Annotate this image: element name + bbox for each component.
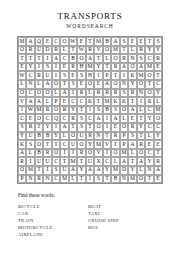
find-words-label: Find these words: bbox=[18, 192, 180, 198]
grid-cell: O bbox=[154, 114, 163, 123]
grid-cell: O bbox=[86, 149, 95, 158]
grid-cell: I bbox=[86, 175, 95, 184]
grid-cell: I bbox=[60, 149, 69, 158]
grid-cell: R bbox=[103, 89, 112, 98]
grid-cell: A bbox=[43, 80, 52, 89]
word-item: AIRPLANE bbox=[18, 231, 88, 238]
grid-cell: T bbox=[60, 80, 69, 89]
grid-cell: I bbox=[69, 89, 78, 98]
grid-cell: R bbox=[26, 46, 35, 55]
grid-cell: Y bbox=[18, 132, 27, 141]
grid-cell: L bbox=[128, 149, 137, 158]
grid-cell: E bbox=[154, 175, 163, 184]
grid-cell: Y bbox=[69, 106, 78, 115]
grid-cell: B bbox=[111, 175, 120, 184]
grid-cell: Q bbox=[35, 37, 44, 46]
grid-cell: M bbox=[86, 63, 95, 72]
grid-cell: E bbox=[94, 80, 103, 89]
grid-cell: Y bbox=[154, 89, 163, 98]
grid-cell: A bbox=[128, 140, 137, 149]
word-item: BUS bbox=[88, 224, 119, 231]
grid-cell: N bbox=[43, 175, 52, 184]
grid-cell: U bbox=[86, 157, 95, 166]
grid-cell: Y bbox=[52, 132, 61, 141]
grid-cell: C bbox=[69, 97, 78, 106]
grid-cell: B bbox=[43, 132, 52, 141]
grid-cell: O bbox=[43, 89, 52, 98]
grid-cell: T bbox=[154, 71, 163, 80]
grid-cell: T bbox=[26, 54, 35, 63]
page-title: TRANSPORTS bbox=[0, 0, 180, 21]
grid-cell: M bbox=[154, 106, 163, 115]
grid-cell: C bbox=[145, 123, 154, 132]
grid-cell: U bbox=[69, 140, 78, 149]
grid-cell: E bbox=[60, 97, 69, 106]
grid-cell: O bbox=[52, 80, 61, 89]
grid-cell: A bbox=[26, 37, 35, 46]
grid-cell: R bbox=[18, 157, 27, 166]
grid-cell: U bbox=[77, 132, 86, 141]
grid-cell: I bbox=[52, 71, 61, 80]
word-list: BICYCLECARTRAINMOTORCYCLEAIRPLANE BOATTA… bbox=[18, 203, 180, 238]
grid-cell: M bbox=[103, 97, 112, 106]
grid-cell: R bbox=[35, 71, 44, 80]
grid-cell: R bbox=[137, 140, 146, 149]
grid-cell: L bbox=[120, 114, 129, 123]
grid-cell: A bbox=[94, 114, 103, 123]
grid-cell: I bbox=[94, 71, 103, 80]
grid-cell: R bbox=[69, 114, 78, 123]
grid-cell: U bbox=[35, 46, 44, 55]
grid-cell: S bbox=[52, 166, 61, 175]
grid-cell: E bbox=[43, 37, 52, 46]
grid-cell: S bbox=[111, 106, 120, 115]
grid-cell: T bbox=[120, 46, 129, 55]
grid-cell: R bbox=[52, 46, 61, 55]
grid-cell: I bbox=[103, 123, 112, 132]
grid-cell: E bbox=[137, 37, 146, 46]
grid-cell: R bbox=[145, 97, 154, 106]
grid-cell: L bbox=[18, 80, 27, 89]
grid-cell: M bbox=[94, 37, 103, 46]
grid-cell: U bbox=[43, 71, 52, 80]
grid-cell: Y bbox=[43, 123, 52, 132]
grid-cell: R bbox=[94, 89, 103, 98]
grid-cell: O bbox=[120, 106, 129, 115]
grid-cell: C bbox=[18, 114, 27, 123]
grid-cell: C bbox=[145, 149, 154, 158]
grid-cell: O bbox=[18, 89, 27, 98]
grid-cell: I bbox=[86, 106, 95, 115]
grid-cell: A bbox=[94, 166, 103, 175]
grid-cell: K bbox=[86, 97, 95, 106]
grid-cell: T bbox=[35, 166, 44, 175]
grid-cell: V bbox=[94, 149, 103, 158]
grid-cell: O bbox=[52, 106, 61, 115]
grid-cell: U bbox=[35, 157, 44, 166]
grid-cell: V bbox=[103, 140, 112, 149]
grid-cell: I bbox=[120, 71, 129, 80]
grid-cell: C bbox=[52, 157, 61, 166]
grid-cell: S bbox=[26, 140, 35, 149]
grid-cell: H bbox=[86, 71, 95, 80]
grid-cell: A bbox=[137, 63, 146, 72]
grid-cell: U bbox=[26, 132, 35, 141]
grid-cell: Y bbox=[145, 46, 154, 55]
grid-cell: A bbox=[86, 166, 95, 175]
grid-cell: S bbox=[18, 123, 27, 132]
grid-cell: E bbox=[145, 140, 154, 149]
grid-cell: A bbox=[18, 149, 27, 158]
grid-cell: T bbox=[86, 123, 95, 132]
grid-cell: T bbox=[94, 54, 103, 63]
grid-cell: O bbox=[35, 114, 44, 123]
grid-cell: K bbox=[111, 97, 120, 106]
grid-cell: M bbox=[18, 37, 27, 46]
grid-cell: O bbox=[60, 37, 69, 46]
grid-cell: Y bbox=[154, 46, 163, 55]
grid-cell: P bbox=[52, 97, 61, 106]
grid-cell: E bbox=[77, 37, 86, 46]
grid-cell: A bbox=[60, 89, 69, 98]
grid-cell: T bbox=[137, 114, 146, 123]
grid-cell: P bbox=[103, 71, 112, 80]
grid-cell: C bbox=[60, 54, 69, 63]
grid-cell: N bbox=[145, 166, 154, 175]
grid-cell: I bbox=[35, 63, 44, 72]
grid-cell: R bbox=[77, 89, 86, 98]
grid-cell: L bbox=[60, 46, 69, 55]
grid-cell: R bbox=[137, 46, 146, 55]
grid-cell: O bbox=[35, 140, 44, 149]
grid-cell: I bbox=[69, 149, 78, 158]
grid-cell: S bbox=[128, 132, 137, 141]
grid-cell: T bbox=[35, 123, 44, 132]
grid-cell: S bbox=[43, 63, 52, 72]
grid-cell: O bbox=[52, 149, 61, 158]
grid-cell: S bbox=[94, 175, 103, 184]
grid-cell: R bbox=[111, 132, 120, 141]
worksheet-page: TRANSPORTS WORDSEARCH MAQECOWETMBASEETSO… bbox=[0, 0, 180, 256]
grid-cell: T bbox=[77, 157, 86, 166]
grid-cell: I bbox=[26, 157, 35, 166]
grid-cell: L bbox=[154, 97, 163, 106]
grid-cell: K bbox=[128, 71, 137, 80]
grid-cell: V bbox=[94, 46, 103, 55]
grid-cell: S bbox=[60, 71, 69, 80]
grid-cell: L bbox=[111, 157, 120, 166]
grid-cell: R bbox=[35, 175, 44, 184]
grid-cell: O bbox=[18, 46, 27, 55]
grid-cell: R bbox=[26, 123, 35, 132]
word-item: CAR bbox=[18, 210, 88, 217]
grid-cell: O bbox=[86, 80, 95, 89]
grid-cell: Y bbox=[94, 63, 103, 72]
grid-cell: T bbox=[94, 97, 103, 106]
grid-cell: O bbox=[69, 132, 78, 141]
grid-cell: C bbox=[60, 140, 69, 149]
grid-cell: M bbox=[120, 149, 129, 158]
grid-cell: R bbox=[43, 149, 52, 158]
grid-cell: I bbox=[103, 114, 112, 123]
grid-cell: Y bbox=[145, 157, 154, 166]
grid-cell: I bbox=[18, 106, 27, 115]
grid-cell: K bbox=[18, 140, 27, 149]
grid-cell: A bbox=[120, 157, 129, 166]
grid-cell: C bbox=[154, 80, 163, 89]
grid-cell: A bbox=[128, 106, 137, 115]
grid-cell: S bbox=[137, 54, 146, 63]
grid-cell: T bbox=[60, 157, 69, 166]
grid-cell: A bbox=[60, 123, 69, 132]
grid-cell: T bbox=[86, 37, 95, 46]
grid-cell: Q bbox=[52, 114, 61, 123]
grid-cell: E bbox=[77, 80, 86, 89]
grid-cell: L bbox=[145, 132, 154, 141]
grid-cell: T bbox=[154, 149, 163, 158]
grid-cell: L bbox=[86, 89, 95, 98]
grid-cell: R bbox=[111, 63, 120, 72]
grid-cell: Y bbox=[137, 123, 146, 132]
grid-cell: T bbox=[43, 140, 52, 149]
grid-cell: O bbox=[111, 149, 120, 158]
grid-cell: O bbox=[120, 123, 129, 132]
grid-cell: L bbox=[43, 97, 52, 106]
grid-cell: O bbox=[77, 140, 86, 149]
grid-cell: M bbox=[94, 140, 103, 149]
grid-cell: R bbox=[60, 106, 69, 115]
grid-cell: A bbox=[111, 114, 120, 123]
grid-cell: R bbox=[120, 54, 129, 63]
grid-cell: C bbox=[60, 114, 69, 123]
grid-cell: O bbox=[35, 89, 44, 98]
grid-cell: B bbox=[69, 54, 78, 63]
grid-cell: R bbox=[86, 132, 95, 141]
grid-cell: E bbox=[154, 63, 163, 72]
grid-cell: C bbox=[154, 123, 163, 132]
grid-cell: N bbox=[137, 89, 146, 98]
grid-cell: O bbox=[18, 166, 27, 175]
grid-cell: T bbox=[145, 175, 154, 184]
grid-cell: V bbox=[18, 97, 27, 106]
grid-cell: S bbox=[120, 89, 129, 98]
grid-cell: A bbox=[137, 157, 146, 166]
grid-cell: Y bbox=[128, 80, 137, 89]
grid-cell: C bbox=[52, 175, 61, 184]
word-list-column-2: BOATTAXICRUISE SHIPBUS bbox=[88, 203, 119, 238]
grid-cell: W bbox=[69, 37, 78, 46]
grid-cell: O bbox=[137, 149, 146, 158]
grid-cell: M bbox=[26, 166, 35, 175]
grid-cell: D bbox=[43, 46, 52, 55]
grid-cell: R bbox=[128, 89, 137, 98]
grid-cell: R bbox=[111, 89, 120, 98]
grid-cell: T bbox=[103, 175, 112, 184]
grid-cell: L bbox=[26, 149, 35, 158]
grid-cell: W bbox=[18, 71, 27, 80]
grid-cell: T bbox=[111, 140, 120, 149]
grid-cell: T bbox=[103, 63, 112, 72]
grid-cell: M bbox=[35, 106, 44, 115]
grid-cell: M bbox=[128, 175, 137, 184]
grid-cell: C bbox=[77, 97, 86, 106]
grid-cell: S bbox=[77, 114, 86, 123]
grid-cell: B bbox=[35, 149, 44, 158]
grid-cell: X bbox=[94, 157, 103, 166]
grid-cell: E bbox=[69, 71, 78, 80]
grid-cell: T bbox=[18, 54, 27, 63]
grid-cell: R bbox=[128, 123, 137, 132]
grid-cell: C bbox=[52, 37, 61, 46]
grid-cell: E bbox=[111, 123, 120, 132]
word-list-section: Find these words: BICYCLECARTRAINMOTORCY… bbox=[18, 192, 180, 238]
grid-cell: T bbox=[137, 132, 146, 141]
grid-cell: T bbox=[69, 123, 78, 132]
grid-cell: W bbox=[26, 106, 35, 115]
grid-cell: C bbox=[43, 114, 52, 123]
grid-cell: A bbox=[111, 37, 120, 46]
grid-cell: A bbox=[154, 166, 163, 175]
grid-cell: O bbox=[111, 80, 120, 89]
grid-cell: S bbox=[77, 123, 86, 132]
grid-cell: O bbox=[145, 71, 154, 80]
grid-cell: C bbox=[145, 106, 154, 115]
grid-cell: E bbox=[60, 63, 69, 72]
grid-cell: M bbox=[111, 46, 120, 55]
grid-cell: D bbox=[120, 166, 129, 175]
grid-cell: C bbox=[26, 71, 35, 80]
grid-cell: N bbox=[120, 80, 129, 89]
grid-cell: R bbox=[69, 63, 78, 72]
grid-cell: A bbox=[86, 54, 95, 63]
grid-cell: N bbox=[120, 175, 129, 184]
word-item: TAXI bbox=[88, 210, 119, 217]
grid-cell: B bbox=[103, 37, 112, 46]
grid-cell: A bbox=[35, 97, 44, 106]
grid-cell: M bbox=[69, 157, 78, 166]
grid-cell: A bbox=[26, 97, 35, 106]
grid-cell: C bbox=[103, 157, 112, 166]
grid-cell: B bbox=[35, 132, 44, 141]
grid-cell: M bbox=[137, 71, 146, 80]
word-item: BICYCLE bbox=[18, 203, 88, 210]
grid-cell: U bbox=[43, 157, 52, 166]
grid-cell: T bbox=[35, 54, 44, 63]
grid-cell: H bbox=[77, 63, 86, 72]
grid-cell: E bbox=[154, 140, 163, 149]
grid-cell: T bbox=[128, 97, 137, 106]
grid-cell: L bbox=[69, 175, 78, 184]
grid-cell: M bbox=[60, 175, 69, 184]
grid-cell: L bbox=[103, 54, 112, 63]
grid-cell: Y bbox=[128, 166, 137, 175]
grid-cell: T bbox=[128, 157, 137, 166]
grid-cell: S bbox=[120, 37, 129, 46]
page-subtitle: WORDSEARCH bbox=[0, 23, 180, 29]
grid-cell: R bbox=[43, 106, 52, 115]
grid-cell: P bbox=[120, 140, 129, 149]
grid-cell: N bbox=[26, 80, 35, 89]
grid-cell: L bbox=[128, 46, 137, 55]
grid-cell: I bbox=[103, 149, 112, 158]
grid-cell: S bbox=[69, 80, 78, 89]
grid-cell: W bbox=[77, 46, 86, 55]
grid-cell: O bbox=[94, 123, 103, 132]
grid-cell: T bbox=[52, 140, 61, 149]
grid-cell: B bbox=[103, 106, 112, 115]
grid-cell: C bbox=[26, 89, 35, 98]
grid-cell: T bbox=[111, 71, 120, 80]
grid-cell: O bbox=[128, 63, 137, 72]
wordsearch-grid: MAQECOWETMBASEETSORUDRLTWRVOMTLRYYTTTIAC… bbox=[17, 36, 164, 184]
word-item: MOTORCYCLE bbox=[18, 224, 88, 231]
grid-cell: O bbox=[111, 54, 120, 63]
grid-cell: P bbox=[120, 132, 129, 141]
grid-cell: I bbox=[43, 54, 52, 63]
grid-cell: A bbox=[52, 54, 61, 63]
word-item: BOAT bbox=[88, 203, 119, 210]
grid-cell: R bbox=[77, 149, 86, 158]
grid-cell: K bbox=[120, 97, 129, 106]
grid-cell: L bbox=[137, 106, 146, 115]
grid-cell: R bbox=[86, 46, 95, 55]
grid-cell: T bbox=[77, 106, 86, 115]
grid-cell: O bbox=[145, 89, 154, 98]
grid-cell: N bbox=[26, 175, 35, 184]
grid-cell: S bbox=[77, 71, 86, 80]
grid-cell: T bbox=[77, 175, 86, 184]
grid-cell: E bbox=[128, 114, 137, 123]
grid-cell: T bbox=[145, 37, 154, 46]
grid-cell: T bbox=[145, 80, 154, 89]
grid-cell: Y bbox=[86, 140, 95, 149]
grid-cell: A bbox=[103, 80, 112, 89]
grid-cell: M bbox=[145, 63, 154, 72]
grid-cell: C bbox=[145, 54, 154, 63]
word-item: CRUISE SHIP bbox=[88, 217, 119, 224]
grid-cell: R bbox=[154, 54, 163, 63]
grid-cell: O bbox=[137, 80, 146, 89]
grid-cell: R bbox=[154, 157, 163, 166]
grid-cell: P bbox=[18, 175, 27, 184]
grid-cell: L bbox=[137, 166, 146, 175]
grid-cell: Y bbox=[77, 166, 86, 175]
word-list-column-1: BICYCLECARTRAINMOTORCYCLEAIRPLANE bbox=[18, 203, 88, 238]
grid-cell: I bbox=[52, 123, 61, 132]
grid-cell: I bbox=[43, 166, 52, 175]
grid-cell: Y bbox=[26, 63, 35, 72]
grid-cell: L bbox=[60, 132, 69, 141]
word-item: TRAIN bbox=[18, 217, 88, 224]
grid-cell: O bbox=[77, 54, 86, 63]
grid-cell: O bbox=[137, 175, 146, 184]
grid-cell: Y bbox=[145, 114, 154, 123]
grid-cell: C bbox=[86, 114, 95, 123]
grid-cell: Y bbox=[154, 132, 163, 141]
grid-cell: L bbox=[35, 80, 44, 89]
grid-cell: U bbox=[60, 166, 69, 175]
grid-cell: I bbox=[137, 97, 146, 106]
grid-cell: Y bbox=[103, 166, 112, 175]
grid-cell: M bbox=[111, 166, 120, 175]
grid-cell: L bbox=[52, 89, 61, 98]
grid-cell: T bbox=[103, 132, 112, 141]
grid-cell: T bbox=[69, 46, 78, 55]
grid-cell: I bbox=[52, 63, 61, 72]
grid-cell: A bbox=[120, 63, 129, 72]
grid-cell: S bbox=[154, 37, 163, 46]
grid-cell: N bbox=[94, 132, 103, 141]
